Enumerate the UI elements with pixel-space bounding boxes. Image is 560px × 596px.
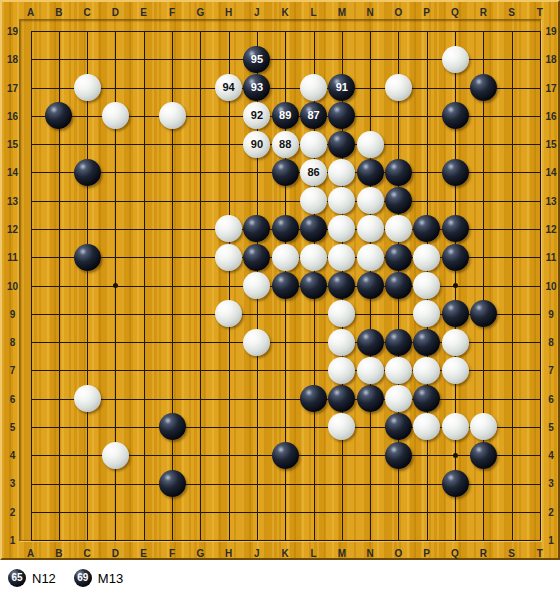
stone-l17[interactable] (300, 74, 327, 101)
row-label: 1 (10, 535, 16, 546)
column-label: M (338, 7, 346, 18)
stone-l10[interactable] (300, 272, 327, 299)
row-label: 18 (545, 54, 556, 65)
column-label: O (395, 7, 403, 18)
stone-l11[interactable] (300, 244, 327, 271)
stone-c17[interactable] (74, 74, 101, 101)
stone-h9[interactable] (215, 300, 242, 327)
column-label: A (27, 548, 34, 559)
move-point: M13 (98, 571, 123, 586)
column-label: G (196, 7, 204, 18)
stone-o6[interactable] (385, 385, 412, 412)
stone-l13[interactable] (300, 187, 327, 214)
stone-m5[interactable] (328, 413, 355, 440)
column-label: Q (451, 7, 459, 18)
row-label: 17 (7, 82, 18, 93)
stone-p6[interactable] (413, 385, 440, 412)
row-label: 10 (545, 280, 556, 291)
row-label: 13 (545, 195, 556, 206)
stone-k16[interactable]: 89 (272, 102, 299, 129)
column-label: J (254, 7, 260, 18)
grid-line-vertical (540, 31, 541, 540)
move-number-label: 86 (307, 167, 319, 178)
stone-f5[interactable] (159, 413, 186, 440)
stone-o11[interactable] (385, 244, 412, 271)
stone-d16[interactable] (102, 102, 129, 129)
stone-j10[interactable] (243, 272, 270, 299)
stone-o10[interactable] (385, 272, 412, 299)
column-label: F (169, 7, 175, 18)
stone-q18[interactable] (442, 46, 469, 73)
column-label: B (55, 7, 62, 18)
row-label: 1 (548, 535, 554, 546)
column-label: K (282, 548, 289, 559)
row-label: 9 (10, 308, 16, 319)
row-label: 7 (548, 365, 554, 376)
column-label: L (310, 7, 316, 18)
column-label: F (169, 548, 175, 559)
column-label: D (112, 7, 119, 18)
black-stone-icon: 69 (74, 569, 92, 587)
column-label: S (508, 548, 515, 559)
row-label: 17 (545, 82, 556, 93)
row-label: 8 (10, 337, 16, 348)
row-label: 19 (545, 26, 556, 37)
stone-n12[interactable] (357, 215, 384, 242)
row-label: 9 (548, 308, 554, 319)
stone-m10[interactable] (328, 272, 355, 299)
move-number-label: 87 (307, 110, 319, 121)
row-label: 12 (545, 223, 556, 234)
column-label: P (423, 548, 430, 559)
stone-o17[interactable] (385, 74, 412, 101)
row-label: 15 (545, 139, 556, 150)
stone-k10[interactable] (272, 272, 299, 299)
row-label: 15 (7, 139, 18, 150)
column-label: C (83, 7, 90, 18)
move-number-label: 88 (279, 139, 291, 150)
stone-j18[interactable]: 95 (243, 46, 270, 73)
stone-m16[interactable] (328, 102, 355, 129)
stone-n13[interactable] (357, 187, 384, 214)
row-label: 3 (548, 478, 554, 489)
star-point (453, 283, 458, 288)
stone-k12[interactable] (272, 215, 299, 242)
stone-o4[interactable] (385, 442, 412, 469)
stone-q3[interactable] (442, 470, 469, 497)
column-label: H (225, 548, 232, 559)
stone-m17[interactable]: 91 (328, 74, 355, 101)
stone-c6[interactable] (74, 385, 101, 412)
stone-n8[interactable] (357, 329, 384, 356)
black-stone-icon: 65 (8, 569, 26, 587)
stone-o5[interactable] (385, 413, 412, 440)
stone-j8[interactable] (243, 329, 270, 356)
stone-j11[interactable] (243, 244, 270, 271)
stone-q14[interactable] (442, 159, 469, 186)
stone-q8[interactable] (442, 329, 469, 356)
stone-q7[interactable] (442, 357, 469, 384)
stone-n10[interactable] (357, 272, 384, 299)
column-label: L (310, 548, 316, 559)
row-label: 4 (10, 450, 16, 461)
row-label: 2 (10, 506, 16, 517)
move-number-label: 95 (251, 54, 263, 65)
stone-l6[interactable] (300, 385, 327, 412)
row-label: 10 (7, 280, 18, 291)
column-label: K (282, 7, 289, 18)
column-label: T (537, 7, 543, 18)
stone-r4[interactable] (470, 442, 497, 469)
column-label: P (423, 7, 430, 18)
grid-line-horizontal (31, 399, 540, 400)
row-label: 8 (548, 337, 554, 348)
row-label: 7 (10, 365, 16, 376)
stone-d4[interactable] (102, 442, 129, 469)
move-point: N12 (32, 571, 56, 586)
stone-b16[interactable] (45, 102, 72, 129)
row-label: 19 (7, 26, 18, 37)
stone-p12[interactable] (413, 215, 440, 242)
stone-h11[interactable] (215, 244, 242, 271)
stone-h17[interactable]: 94 (215, 74, 242, 101)
move-number-label: 90 (251, 139, 263, 150)
stone-l15[interactable] (300, 131, 327, 158)
stone-m6[interactable] (328, 385, 355, 412)
row-label: 18 (7, 54, 18, 65)
stone-m8[interactable] (328, 329, 355, 356)
column-label: E (140, 548, 147, 559)
stone-q5[interactable] (442, 413, 469, 440)
captured-move-note: 65N12 (8, 569, 56, 587)
column-label: T (537, 548, 543, 559)
status-bar: 65N1269M13 (0, 560, 560, 596)
column-label: D (112, 548, 119, 559)
move-number: 69 (77, 573, 88, 583)
stone-m14[interactable] (328, 159, 355, 186)
stone-h12[interactable] (215, 215, 242, 242)
move-number-label: 89 (279, 110, 291, 121)
column-label: C (83, 548, 90, 559)
stone-q12[interactable] (442, 215, 469, 242)
stone-n7[interactable] (357, 357, 384, 384)
stone-r9[interactable] (470, 300, 497, 327)
stone-k15[interactable]: 88 (272, 131, 299, 158)
stone-j17[interactable]: 93 (243, 74, 270, 101)
stone-n11[interactable] (357, 244, 384, 271)
stone-o7[interactable] (385, 357, 412, 384)
stone-q16[interactable] (442, 102, 469, 129)
stone-r17[interactable] (470, 74, 497, 101)
row-label: 3 (10, 478, 16, 489)
stone-l16[interactable]: 87 (300, 102, 327, 129)
go-board[interactable]: AABBCCDDEEFFGGHHJJKKLLMMNNOOPPQQRRSSTT19… (0, 0, 560, 560)
stone-p10[interactable] (413, 272, 440, 299)
stone-c11[interactable] (74, 244, 101, 271)
column-label: N (366, 7, 373, 18)
stone-j15[interactable]: 90 (243, 131, 270, 158)
move-number-label: 92 (251, 110, 263, 121)
stone-j12[interactable] (243, 215, 270, 242)
stone-p7[interactable] (413, 357, 440, 384)
column-label: J (254, 548, 260, 559)
grid-line-horizontal (31, 512, 540, 513)
stone-k14[interactable] (272, 159, 299, 186)
stone-o12[interactable] (385, 215, 412, 242)
stone-m12[interactable] (328, 215, 355, 242)
stone-k11[interactable] (272, 244, 299, 271)
stone-p8[interactable] (413, 329, 440, 356)
row-label: 2 (548, 506, 554, 517)
row-label: 13 (7, 195, 18, 206)
stone-q9[interactable] (442, 300, 469, 327)
column-label: G (196, 548, 204, 559)
stone-p9[interactable] (413, 300, 440, 327)
star-point (453, 453, 458, 458)
stone-m9[interactable] (328, 300, 355, 327)
star-point (113, 283, 118, 288)
stone-o13[interactable] (385, 187, 412, 214)
row-label: 6 (10, 393, 16, 404)
stone-m11[interactable] (328, 244, 355, 271)
stone-m13[interactable] (328, 187, 355, 214)
row-label: 5 (10, 421, 16, 432)
row-label: 4 (548, 450, 554, 461)
stone-j16[interactable]: 92 (243, 102, 270, 129)
stone-l12[interactable] (300, 215, 327, 242)
row-label: 16 (545, 110, 556, 121)
stone-m15[interactable] (328, 131, 355, 158)
stone-n15[interactable] (357, 131, 384, 158)
row-label: 12 (7, 223, 18, 234)
column-label: R (480, 548, 487, 559)
stone-r5[interactable] (470, 413, 497, 440)
stone-o8[interactable] (385, 329, 412, 356)
column-label: B (55, 548, 62, 559)
stone-n6[interactable] (357, 385, 384, 412)
stone-n14[interactable] (357, 159, 384, 186)
stone-o14[interactable] (385, 159, 412, 186)
stone-p11[interactable] (413, 244, 440, 271)
row-label: 5 (548, 421, 554, 432)
captured-move-note: 69M13 (74, 569, 123, 587)
column-label: R (480, 7, 487, 18)
row-label: 6 (548, 393, 554, 404)
column-label: O (395, 548, 403, 559)
move-number-label: 93 (251, 82, 263, 93)
row-label: 14 (545, 167, 556, 178)
row-label: 11 (7, 252, 18, 263)
row-label: 11 (546, 252, 557, 263)
stone-p5[interactable] (413, 413, 440, 440)
grid-line-horizontal (31, 540, 540, 541)
stone-m7[interactable] (328, 357, 355, 384)
column-label: A (27, 7, 34, 18)
grid-line-vertical (512, 31, 513, 540)
move-number: 65 (11, 573, 22, 583)
move-number-label: 94 (222, 82, 234, 93)
column-label: M (338, 548, 346, 559)
row-label: 16 (7, 110, 18, 121)
stone-l14[interactable]: 86 (300, 159, 327, 186)
column-label: H (225, 7, 232, 18)
column-label: S (508, 7, 515, 18)
column-label: N (366, 548, 373, 559)
go-app: AABBCCDDEEFFGGHHJJKKLLMMNNOOPPQQRRSSTT19… (0, 0, 560, 596)
stone-f3[interactable] (159, 470, 186, 497)
row-label: 14 (7, 167, 18, 178)
stone-c14[interactable] (74, 159, 101, 186)
move-number-label: 91 (336, 82, 348, 93)
stone-f16[interactable] (159, 102, 186, 129)
column-label: E (140, 7, 147, 18)
stone-k4[interactable] (272, 442, 299, 469)
stone-q11[interactable] (442, 244, 469, 271)
column-label: Q (451, 548, 459, 559)
